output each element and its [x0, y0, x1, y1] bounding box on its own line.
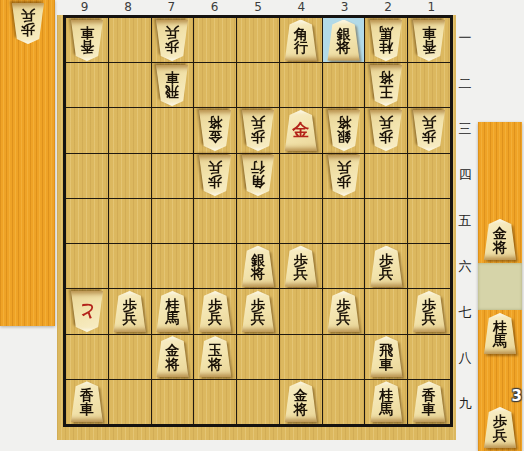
piece-face: 桂馬 [369, 381, 403, 422]
square-61[interactable] [194, 18, 236, 62]
sente-hand-slot-3-highlight [478, 263, 522, 310]
piece-face: 金将 [483, 219, 517, 260]
square-41[interactable]: 角行 [280, 18, 322, 62]
piece-face: 飛車 [369, 336, 403, 377]
piece-kanji: 金将 [165, 344, 179, 377]
piece-kanji: 飛車 [165, 65, 179, 98]
square-47[interactable] [280, 289, 322, 333]
square-82[interactable] [109, 63, 151, 107]
piece-silver-gote[interactable]: 銀将 [327, 110, 361, 151]
square-58[interactable] [237, 335, 279, 379]
piece-lance-gote[interactable]: 香車 [412, 20, 446, 61]
square-91[interactable]: 香車 [66, 18, 108, 62]
square-37[interactable]: 歩兵 [323, 289, 365, 333]
shogi-board: 香車歩兵角行銀将桂馬香車飛車王将金将歩兵金銀将歩兵歩兵歩兵角行歩兵銀将歩兵歩兵と… [57, 15, 456, 440]
piece-kanji: 歩兵 [251, 110, 265, 143]
piece-face: と [70, 291, 104, 332]
square-31[interactable]: 銀将 [323, 18, 365, 62]
piece-knight-sente[interactable]: 桂馬 [155, 291, 189, 332]
square-96[interactable] [66, 244, 108, 288]
square-28[interactable]: 飛車 [365, 335, 407, 379]
square-59[interactable] [237, 380, 279, 424]
piece-kanji: 桂馬 [165, 299, 179, 332]
piece-pawn-gote[interactable]: 歩兵 [11, 3, 45, 44]
file-label-8: 8 [106, 0, 149, 15]
rank-label-7: 七 [457, 290, 473, 336]
piece-face: 銀将 [327, 20, 361, 61]
piece-kanji: 王将 [379, 65, 393, 98]
piece-silver-sente[interactable]: 銀将 [327, 20, 361, 61]
piece-kanji: 歩兵 [123, 299, 137, 332]
piece-kanji: 歩兵 [208, 155, 222, 188]
file-label-4: 4 [280, 0, 323, 15]
piece-pawn-sente[interactable]: 歩兵 [483, 407, 517, 448]
piece-pawn-sente[interactable]: 歩兵 [327, 291, 361, 332]
piece-kanji: 金将 [294, 389, 308, 422]
piece-face: 金 [284, 110, 318, 151]
square-86[interactable] [109, 244, 151, 288]
piece-kanji: 歩兵 [208, 299, 222, 332]
piece-kanji: と [78, 291, 95, 320]
sente-hand-stand: 金将桂馬歩兵3 [478, 122, 522, 451]
file-label-2: 2 [366, 0, 409, 15]
square-45[interactable] [280, 199, 322, 243]
piece-kanji: 桂馬 [379, 389, 393, 422]
square-81[interactable] [109, 18, 151, 62]
piece-pawn-gote[interactable]: 歩兵 [155, 20, 189, 61]
piece-king-gote[interactable]: 王将 [369, 65, 403, 106]
square-78[interactable]: 金将 [152, 335, 194, 379]
square-24[interactable] [365, 154, 407, 198]
piece-gold-gote[interactable]: 金将 [198, 110, 232, 151]
piece-pawn-gote[interactable]: 歩兵 [241, 110, 275, 151]
piece-face: 歩兵 [198, 155, 232, 196]
file-label-9: 9 [63, 0, 106, 15]
square-46[interactable]: 歩兵 [280, 244, 322, 288]
rank-label-3: 三 [457, 107, 473, 153]
piece-face: 歩兵 [483, 407, 517, 448]
sente-hand-slot-4[interactable]: 桂馬 [478, 310, 522, 357]
piece-face: 玉将 [198, 336, 232, 377]
piece-bishop-gote[interactable]: 角行 [241, 155, 275, 196]
gote-hand-slot-4 [0, 186, 55, 233]
rank-label-9: 九 [457, 381, 473, 427]
piece-face: 桂馬 [155, 291, 189, 332]
piece-face: 歩兵 [327, 291, 361, 332]
square-22[interactable]: 王将 [365, 63, 407, 107]
piece-face: 香車 [412, 20, 446, 61]
piece-kanji: 歩兵 [379, 254, 393, 287]
square-92[interactable] [66, 63, 108, 107]
square-42[interactable] [280, 63, 322, 107]
piece-kanji: 香車 [422, 389, 436, 422]
piece-face: 歩兵 [241, 291, 275, 332]
piece-face: 歩兵 [412, 291, 446, 332]
sente-hand-slot-1 [478, 169, 522, 216]
piece-pawn-gote[interactable]: 歩兵 [198, 155, 232, 196]
sente-hand-slot-6[interactable]: 歩兵3 [478, 404, 522, 451]
square-49[interactable]: 金将 [280, 380, 322, 424]
piece-face: 飛車 [155, 65, 189, 106]
square-33[interactable]: 銀将 [323, 108, 365, 152]
piece-kanji: 歩兵 [251, 299, 265, 332]
piece-pawn-gote[interactable]: 歩兵 [369, 110, 403, 151]
square-73[interactable] [152, 108, 194, 152]
square-19[interactable]: 香車 [408, 380, 450, 424]
piece-pawn-gote[interactable]: 歩兵 [327, 155, 361, 196]
piece-kanji: 桂馬 [493, 321, 507, 354]
piece-face: 歩兵 [412, 110, 446, 151]
square-63[interactable]: 金将 [194, 108, 236, 152]
square-11[interactable]: 香車 [408, 18, 450, 62]
piece-kanji: 金将 [493, 227, 507, 260]
square-94[interactable] [66, 154, 108, 198]
square-17[interactable]: 歩兵 [408, 289, 450, 333]
piece-face: 歩兵 [284, 246, 318, 287]
square-76[interactable] [152, 244, 194, 288]
piece-face: 歩兵 [241, 110, 275, 151]
piece-promoted-pawn-gote[interactable]: と [70, 291, 104, 332]
piece-kanji: 角行 [294, 28, 308, 61]
square-12[interactable] [408, 63, 450, 107]
square-85[interactable] [109, 199, 151, 243]
piece-gold-sente[interactable]: 金将 [155, 336, 189, 377]
piece-face: 歩兵 [11, 3, 45, 44]
rank-label-1: 一 [457, 15, 473, 61]
square-98[interactable] [66, 335, 108, 379]
piece-face: 王将 [369, 65, 403, 106]
piece-kanji: 歩兵 [337, 155, 351, 188]
piece-kanji: 香車 [422, 20, 436, 53]
piece-face: 金将 [155, 336, 189, 377]
file-label-3: 3 [323, 0, 366, 15]
piece-rook-sente[interactable]: 飛車 [369, 336, 403, 377]
piece-gold-sente[interactable]: 金将 [284, 381, 318, 422]
square-84[interactable] [109, 154, 151, 198]
square-64[interactable]: 歩兵 [194, 154, 236, 198]
square-38[interactable] [323, 335, 365, 379]
square-52[interactable] [237, 63, 279, 107]
square-15[interactable] [408, 199, 450, 243]
piece-kanji: 香車 [80, 389, 94, 422]
piece-kanji: 歩兵 [21, 3, 35, 36]
square-32[interactable] [323, 63, 365, 107]
piece-knight-sente[interactable]: 桂馬 [483, 313, 517, 354]
piece-pawn-sente[interactable]: 歩兵 [241, 291, 275, 332]
piece-face: 角行 [241, 155, 275, 196]
square-66[interactable] [194, 244, 236, 288]
piece-kanji: 歩兵 [337, 299, 351, 332]
file-label-7: 7 [150, 0, 193, 15]
piece-kanji: 玉将 [208, 344, 222, 377]
piece-face: 歩兵 [113, 291, 147, 332]
gote-hand-slot-6 [0, 279, 55, 326]
file-label-1: 1 [410, 0, 453, 15]
square-83[interactable] [109, 108, 151, 152]
piece-kanji: 歩兵 [422, 299, 436, 332]
piece-kanji: 銀将 [337, 110, 351, 143]
square-44[interactable] [280, 154, 322, 198]
square-25[interactable] [365, 199, 407, 243]
piece-kanji: 銀将 [337, 28, 351, 61]
square-56[interactable]: 銀将 [237, 244, 279, 288]
gote-hand-stand: 歩兵 [0, 0, 55, 326]
piece-face: 銀将 [241, 246, 275, 287]
rank-label-2: 二 [457, 61, 473, 107]
square-57[interactable]: 歩兵 [237, 289, 279, 333]
piece-pawn-gote[interactable]: 歩兵 [412, 110, 446, 151]
piece-kanji: 銀将 [251, 254, 265, 287]
square-43[interactable]: 金 [280, 108, 322, 152]
square-79[interactable] [152, 380, 194, 424]
square-72[interactable]: 飛車 [152, 63, 194, 107]
piece-face: 銀将 [327, 110, 361, 151]
piece-face: 角行 [284, 20, 318, 61]
piece-silver-sente[interactable]: 銀将 [241, 246, 275, 287]
square-27[interactable] [365, 289, 407, 333]
piece-kanji: 金 [292, 122, 309, 151]
sente-hand-slot-2[interactable]: 金将 [478, 216, 522, 263]
piece-face: 金将 [284, 381, 318, 422]
piece-kanji: 歩兵 [379, 110, 393, 143]
piece-knight-gote[interactable]: 桂馬 [369, 20, 403, 61]
piece-face: 歩兵 [369, 110, 403, 151]
gote-hand-slot-5 [0, 233, 55, 280]
piece-lance-sente[interactable]: 香車 [70, 381, 104, 422]
square-71[interactable]: 歩兵 [152, 18, 194, 62]
square-26[interactable]: 歩兵 [365, 244, 407, 288]
square-23[interactable]: 歩兵 [365, 108, 407, 152]
square-36[interactable] [323, 244, 365, 288]
square-18[interactable] [408, 335, 450, 379]
piece-promoted-silver-sente[interactable]: 金 [284, 110, 318, 151]
piece-face: 金将 [198, 110, 232, 151]
piece-pawn-sente[interactable]: 歩兵 [113, 291, 147, 332]
piece-face: 香車 [412, 381, 446, 422]
square-69[interactable] [194, 380, 236, 424]
piece-kanji: 角行 [251, 155, 265, 188]
square-29[interactable]: 桂馬 [365, 380, 407, 424]
piece-pawn-sente[interactable]: 歩兵 [369, 246, 403, 287]
square-67[interactable]: 歩兵 [194, 289, 236, 333]
piece-bishop-sente[interactable]: 角行 [284, 20, 318, 61]
piece-face: 歩兵 [198, 291, 232, 332]
piece-kanji: 金将 [208, 110, 222, 143]
square-65[interactable] [194, 199, 236, 243]
piece-face: 桂馬 [483, 313, 517, 354]
square-68[interactable]: 玉将 [194, 335, 236, 379]
square-48[interactable] [280, 335, 322, 379]
piece-pawn-sente[interactable]: 歩兵 [198, 291, 232, 332]
rank-label-6: 六 [457, 244, 473, 290]
piece-rook-gote[interactable]: 飛車 [155, 65, 189, 106]
piece-kanji: 歩兵 [493, 415, 507, 448]
board-grid: 香車歩兵角行銀将桂馬香車飛車王将金将歩兵金銀将歩兵歩兵歩兵角行歩兵銀将歩兵歩兵と… [63, 15, 453, 427]
square-55[interactable] [237, 199, 279, 243]
gote-hand-slot-2 [0, 93, 55, 140]
rank-labels: 一二三四五六七八九 [457, 15, 473, 427]
square-75[interactable] [152, 199, 194, 243]
piece-kanji: 香車 [80, 20, 94, 53]
rank-label-8: 八 [457, 335, 473, 381]
file-labels: 987654321 [63, 0, 453, 15]
piece-face: 桂馬 [369, 20, 403, 61]
square-39[interactable] [323, 380, 365, 424]
square-13[interactable]: 歩兵 [408, 108, 450, 152]
square-88[interactable] [109, 335, 151, 379]
file-label-5: 5 [236, 0, 279, 15]
square-53[interactable]: 歩兵 [237, 108, 279, 152]
square-99[interactable]: 香車 [66, 380, 108, 424]
gote-hand-slot-0[interactable]: 歩兵 [0, 0, 55, 47]
piece-king-sente[interactable]: 玉将 [198, 336, 232, 377]
shogi-game-screen: 歩兵 987654321 一二三四五六七八九 香車歩兵角行銀将桂馬香車飛車王将金… [0, 0, 524, 451]
piece-lance-sente[interactable]: 香車 [412, 381, 446, 422]
square-16[interactable] [408, 244, 450, 288]
gote-hand-slot-3 [0, 140, 55, 187]
rank-label-5: 五 [457, 198, 473, 244]
piece-pawn-sente[interactable]: 歩兵 [284, 246, 318, 287]
square-54[interactable]: 角行 [237, 154, 279, 198]
piece-kanji: 飛車 [379, 344, 393, 377]
square-89[interactable] [109, 380, 151, 424]
square-95[interactable] [66, 199, 108, 243]
sente-hand-slot-0 [478, 122, 522, 169]
piece-kanji: 歩兵 [165, 20, 179, 53]
piece-lance-gote[interactable]: 香車 [70, 20, 104, 61]
piece-face: 香車 [70, 381, 104, 422]
square-35[interactable] [323, 199, 365, 243]
piece-face: 歩兵 [369, 246, 403, 287]
square-14[interactable] [408, 154, 450, 198]
rank-label-4: 四 [457, 152, 473, 198]
square-74[interactable] [152, 154, 194, 198]
square-97[interactable]: と [66, 289, 108, 333]
square-93[interactable] [66, 108, 108, 152]
piece-gold-sente[interactable]: 金将 [483, 219, 517, 260]
square-34[interactable]: 歩兵 [323, 154, 365, 198]
square-77[interactable]: 桂馬 [152, 289, 194, 333]
square-87[interactable]: 歩兵 [109, 289, 151, 333]
square-21[interactable]: 桂馬 [365, 18, 407, 62]
file-label-6: 6 [193, 0, 236, 15]
piece-face: 歩兵 [327, 155, 361, 196]
piece-face: 香車 [70, 20, 104, 61]
piece-face: 歩兵 [155, 20, 189, 61]
sente-hand-count-pawn: 3 [512, 389, 522, 404]
piece-kanji: 桂馬 [379, 20, 393, 53]
piece-kanji: 歩兵 [294, 254, 308, 287]
piece-pawn-sente[interactable]: 歩兵 [412, 291, 446, 332]
square-62[interactable] [194, 63, 236, 107]
piece-kanji: 歩兵 [422, 110, 436, 143]
square-51[interactable] [237, 18, 279, 62]
piece-knight-sente[interactable]: 桂馬 [369, 381, 403, 422]
gote-hand-slot-1 [0, 47, 55, 94]
